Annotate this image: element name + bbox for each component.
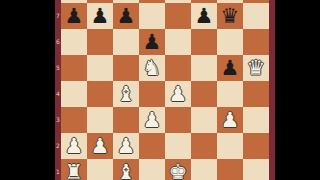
piece-white-queen-h5: ♛ [243,55,269,81]
square-f7: ♟ [191,3,217,29]
square-g5: ♟ [217,55,243,81]
square-h3 [243,107,269,133]
piece-black-pawn-f7: ♟ [191,3,217,29]
square-b4 [87,81,113,107]
piece-black-pawn-g5: ♟ [217,55,243,81]
rank-label-4: 4 [55,91,61,97]
square-e1: ♚ [165,159,191,180]
rank-label-5: 5 [55,65,61,71]
square-h7 [243,3,269,29]
piece-white-knight-d5: ♞ [139,55,165,81]
piece-black-pawn-d6: ♟ [139,29,165,55]
square-f6 [191,29,217,55]
square-a2: ♟ [61,133,87,159]
square-e6 [165,29,191,55]
square-f3 [191,107,217,133]
square-g7: ♛ [217,3,243,29]
square-b7: ♟ [87,3,113,29]
square-a5 [61,55,87,81]
square-e4: ♟ [165,81,191,107]
square-d4 [139,81,165,107]
square-e5 [165,55,191,81]
board-frame: ♞♝♜♚♜♟♟♟♟♛♟♞♟♛♝♟♟♟♟♟♟♜♝♚ 87654321 [55,0,275,180]
square-g4 [217,81,243,107]
square-h6 [243,29,269,55]
square-d3: ♟ [139,107,165,133]
piece-black-pawn-b7: ♟ [87,3,113,29]
rank-label-7: 7 [55,13,61,19]
square-c3 [113,107,139,133]
square-f5 [191,55,217,81]
square-c5 [113,55,139,81]
piece-black-pawn-c7: ♟ [113,3,139,29]
square-c7: ♟ [113,3,139,29]
square-b5 [87,55,113,81]
square-c2: ♟ [113,133,139,159]
piece-black-pawn-a7: ♟ [61,3,87,29]
square-g1 [217,159,243,180]
square-c4: ♝ [113,81,139,107]
square-a1: ♜ [61,159,87,180]
square-f4 [191,81,217,107]
square-e2 [165,133,191,159]
piece-white-bishop-c4: ♝ [113,81,139,107]
square-g2 [217,133,243,159]
square-c1: ♝ [113,159,139,180]
square-h2 [243,133,269,159]
rank-label-3: 3 [55,117,61,123]
square-a4 [61,81,87,107]
square-c6 [113,29,139,55]
square-e3 [165,107,191,133]
square-h5: ♛ [243,55,269,81]
piece-white-king-e1: ♚ [165,159,191,180]
square-b2: ♟ [87,133,113,159]
square-b1 [87,159,113,180]
piece-white-pawn-a2: ♟ [61,133,87,159]
square-g6 [217,29,243,55]
square-d6: ♟ [139,29,165,55]
square-b6 [87,29,113,55]
square-h1 [243,159,269,180]
square-a7: ♟ [61,3,87,29]
square-f2 [191,133,217,159]
piece-white-pawn-b2: ♟ [87,133,113,159]
square-d5: ♞ [139,55,165,81]
square-d2 [139,133,165,159]
square-a6 [61,29,87,55]
rank-label-1: 1 [55,169,61,175]
square-d7 [139,3,165,29]
square-d1 [139,159,165,180]
piece-white-bishop-c1: ♝ [113,159,139,180]
square-e7 [165,3,191,29]
square-b3 [87,107,113,133]
square-a3 [61,107,87,133]
piece-black-queen-g7: ♛ [217,3,243,29]
piece-white-pawn-c2: ♟ [113,133,139,159]
rank-label-6: 6 [55,39,61,45]
square-g3: ♟ [217,107,243,133]
piece-white-rook-a1: ♜ [61,159,87,180]
square-h4 [243,81,269,107]
piece-white-pawn-g3: ♟ [217,107,243,133]
rank-label-2: 2 [55,143,61,149]
chess-board: ♞♝♜♚♜♟♟♟♟♛♟♞♟♛♝♟♟♟♟♟♟♜♝♚ [61,0,269,180]
video-frame: ♞♝♜♚♜♟♟♟♟♛♟♞♟♛♝♟♟♟♟♟♟♜♝♚ 87654321 [0,0,320,180]
piece-white-pawn-d3: ♟ [139,107,165,133]
square-f1 [191,159,217,180]
piece-white-pawn-e4: ♟ [165,81,191,107]
